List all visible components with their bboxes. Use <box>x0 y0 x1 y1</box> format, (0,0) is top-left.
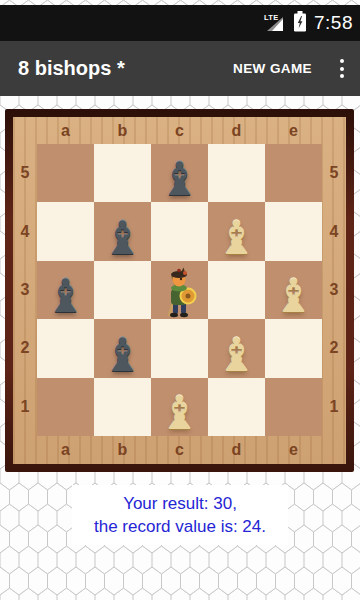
square-e4[interactable] <box>265 202 322 260</box>
jester-piece <box>151 261 208 319</box>
phone-screen: LTE 7:58 8 bishops * NEW GAME abcde5♝54♝… <box>0 0 360 600</box>
jester-piece-art <box>155 265 205 319</box>
square-e5[interactable] <box>265 144 322 202</box>
coord-left-3: 3 <box>13 261 37 319</box>
kebab-menu-icon[interactable] <box>338 55 346 82</box>
frame-corner <box>13 117 37 144</box>
square-b1[interactable] <box>94 378 151 436</box>
square-c4[interactable] <box>151 202 208 260</box>
coord-top-b: b <box>94 117 151 144</box>
square-e1[interactable] <box>265 378 322 436</box>
coord-left-4: 4 <box>13 202 37 260</box>
result-line1: Your result: 30, <box>94 492 266 515</box>
square-d3[interactable] <box>208 261 265 319</box>
square-e2[interactable] <box>265 319 322 377</box>
new-game-button[interactable]: NEW GAME <box>233 61 312 76</box>
frame-corner <box>322 436 346 464</box>
coord-top-d: d <box>208 117 265 144</box>
coord-right-5: 5 <box>322 144 346 202</box>
coord-bottom-a: a <box>37 436 94 464</box>
dark-bishop-piece: ♝ <box>102 330 143 380</box>
battery-charging-icon <box>293 11 307 36</box>
coord-right-3: 3 <box>322 261 346 319</box>
dark-bishop-piece: ♝ <box>45 271 86 321</box>
square-c3[interactable] <box>151 261 208 319</box>
square-b3[interactable] <box>94 261 151 319</box>
board-grid: abcde5♝54♝♝43♝ ♝32♝♝21♝1abcde <box>13 117 346 464</box>
coord-top-e: e <box>265 117 322 144</box>
coord-bottom-b: b <box>94 436 151 464</box>
status-bar: LTE 7:58 <box>0 5 360 41</box>
frame-corner <box>13 436 37 464</box>
square-a2[interactable] <box>37 319 94 377</box>
square-d4[interactable]: ♝ <box>208 202 265 260</box>
square-d1[interactable] <box>208 378 265 436</box>
page-title: 8 bishops * <box>18 57 233 80</box>
coord-bottom-c: c <box>151 436 208 464</box>
coord-right-2: 2 <box>322 319 346 377</box>
square-a3[interactable]: ♝ <box>37 261 94 319</box>
coord-left-2: 2 <box>13 319 37 377</box>
signal-icon: LTE <box>264 13 286 33</box>
coord-left-5: 5 <box>13 144 37 202</box>
frame-corner <box>322 117 346 144</box>
square-c1[interactable]: ♝ <box>151 378 208 436</box>
square-d5[interactable] <box>208 144 265 202</box>
coord-bottom-e: e <box>265 436 322 464</box>
square-e3[interactable]: ♝ <box>265 261 322 319</box>
result-line2: the record value is: 24. <box>94 515 266 538</box>
square-b4[interactable]: ♝ <box>94 202 151 260</box>
square-a4[interactable] <box>37 202 94 260</box>
dark-bishop-piece: ♝ <box>102 213 143 263</box>
dark-bishop-piece: ♝ <box>159 154 200 204</box>
result-panel: Your result: 30, the record value is: 24… <box>72 485 288 545</box>
coord-top-c: c <box>151 117 208 144</box>
square-c2[interactable] <box>151 319 208 377</box>
light-bishop-piece: ♝ <box>273 271 314 321</box>
square-d2[interactable]: ♝ <box>208 319 265 377</box>
square-c5[interactable]: ♝ <box>151 144 208 202</box>
coord-right-1: 1 <box>322 378 346 436</box>
square-b5[interactable] <box>94 144 151 202</box>
square-b2[interactable]: ♝ <box>94 319 151 377</box>
coord-left-1: 1 <box>13 378 37 436</box>
coord-top-a: a <box>37 117 94 144</box>
coord-bottom-d: d <box>208 436 265 464</box>
square-a5[interactable] <box>37 144 94 202</box>
light-bishop-piece: ♝ <box>159 388 200 438</box>
light-bishop-piece: ♝ <box>216 213 257 263</box>
light-bishop-piece: ♝ <box>216 330 257 380</box>
network-type-label: LTE <box>264 13 279 22</box>
clock: 7:58 <box>314 12 353 34</box>
board-border: abcde5♝54♝♝43♝ ♝32♝♝21♝1abcde <box>5 109 354 472</box>
square-a1[interactable] <box>37 378 94 436</box>
coord-right-4: 4 <box>322 202 346 260</box>
app-bar: 8 bishops * NEW GAME <box>0 41 360 96</box>
